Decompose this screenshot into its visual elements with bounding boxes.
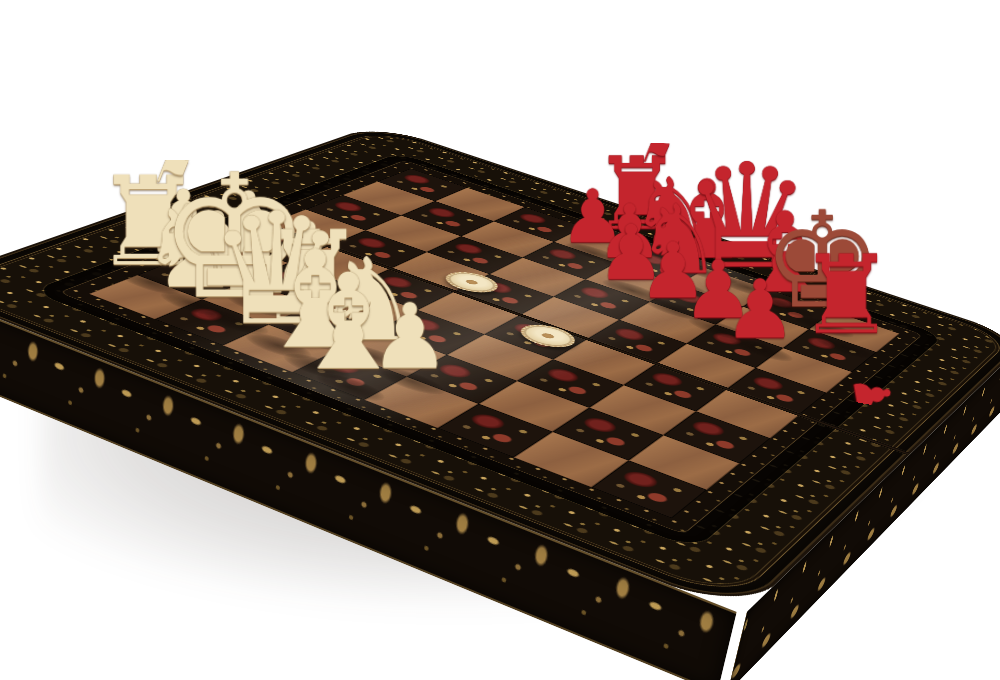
fallen-red-piece-glyph: ♟ (846, 370, 900, 420)
chess-board: ♜⚑♞♚♛♝♝♟♟♟♜♞♟♟♟♜⚑♞♝♛♝♚♟♟♞♜♟♟♟♟♟ (0, 124, 1000, 614)
photo-canvas: { "game": "chess", "title": "Chinese exp… (0, 0, 1000, 680)
white-b-glyph: ♝ (290, 256, 408, 388)
scene: ♜⚑♞♚♛♝♝♟♟♟♜♞♟♟♟♜⚑♞♝♛♝♚♟♟♞♜♟♟♟♟♟ (0, 0, 1000, 680)
